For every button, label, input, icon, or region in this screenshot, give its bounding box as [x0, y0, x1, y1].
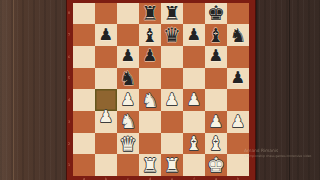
square-f6[interactable] — [183, 46, 205, 68]
square-d3[interactable] — [139, 111, 161, 133]
watermark-line1: Arnand Rimanis — [244, 148, 296, 153]
piece-black-bishop-d7[interactable]: ♝ — [139, 24, 161, 46]
square-b8[interactable] — [95, 3, 117, 25]
square-g4[interactable] — [205, 89, 227, 111]
rank-label-1: 1 — [67, 164, 71, 167]
piece-black-pawn-b7[interactable]: ♟ — [95, 24, 117, 46]
piece-white-rook-e1[interactable]: ♜ — [161, 154, 183, 176]
file-label-c: c — [126, 177, 130, 180]
square-h4[interactable] — [227, 89, 249, 111]
wood-plank-seam — [13, 0, 14, 180]
square-e2[interactable] — [161, 133, 183, 155]
file-label-h: h — [236, 177, 240, 180]
watermark: Arnand Rimanis championship chess games … — [244, 148, 316, 166]
rank-label-8: 8 — [67, 12, 71, 15]
piece-white-bishop-g2[interactable]: ♝ — [205, 133, 227, 155]
square-c7[interactable] — [117, 24, 139, 46]
square-a2[interactable] — [73, 133, 95, 155]
square-d2[interactable] — [139, 133, 161, 155]
square-g5[interactable] — [205, 68, 227, 90]
piece-white-king-g1[interactable]: ♚ — [205, 154, 227, 176]
piece-black-pawn-d6[interactable]: ♟ — [139, 46, 161, 68]
file-label-a: a — [82, 177, 86, 180]
rank-label-4: 4 — [67, 98, 71, 101]
square-h8[interactable] — [227, 3, 249, 25]
piece-white-knight-d4[interactable]: ♞ — [139, 89, 161, 111]
square-e3[interactable] — [161, 111, 183, 133]
square-a1[interactable] — [73, 154, 95, 176]
rank-label-6: 6 — [67, 55, 71, 58]
piece-black-queen-e7[interactable]: ♛ — [161, 24, 183, 46]
watermark-line3: ···· — [244, 159, 280, 163]
square-b6[interactable] — [95, 46, 117, 68]
piece-black-rook-d8[interactable]: ♜ — [139, 3, 161, 25]
square-f5[interactable] — [183, 68, 205, 90]
square-a5[interactable] — [73, 68, 95, 90]
file-label-f: f — [192, 177, 196, 180]
square-b2[interactable] — [95, 133, 117, 155]
square-a6[interactable] — [73, 46, 95, 68]
piece-black-rook-e8[interactable]: ♜ — [161, 3, 183, 25]
piece-white-pawn-g3[interactable]: ♟ — [205, 111, 227, 133]
square-a7[interactable] — [73, 24, 95, 46]
piece-black-bishop-g7[interactable]: ♝ — [205, 24, 227, 46]
file-label-e: e — [170, 177, 174, 180]
square-f8[interactable] — [183, 3, 205, 25]
piece-white-rook-d1[interactable]: ♜ — [139, 154, 161, 176]
piece-black-pawn-h5[interactable]: ♟ — [227, 68, 249, 90]
piece-white-pawn-h3[interactable]: ♟ — [227, 111, 249, 133]
square-a8[interactable] — [73, 3, 95, 25]
rank-label-7: 7 — [67, 33, 71, 36]
piece-black-pawn-f7[interactable]: ♟ — [183, 24, 205, 46]
square-e6[interactable] — [161, 46, 183, 68]
square-b1[interactable] — [95, 154, 117, 176]
video-frame: 87654321 abcdefgh Arnand Rimanis champio… — [0, 0, 320, 180]
file-label-g: g — [214, 177, 218, 180]
rank-label-2: 2 — [67, 142, 71, 145]
piece-black-king-g8[interactable]: ♚ — [205, 3, 227, 25]
square-h6[interactable] — [227, 46, 249, 68]
square-e5[interactable] — [161, 68, 183, 90]
piece-white-pawn-b4[interactable]: ♟ — [95, 106, 117, 128]
piece-white-knight-c3[interactable]: ♞ — [117, 111, 139, 133]
piece-white-pawn-c4[interactable]: ♟ — [117, 89, 139, 111]
square-b5[interactable] — [95, 68, 117, 90]
square-c1[interactable] — [117, 154, 139, 176]
piece-white-bishop-f2[interactable]: ♝ — [183, 133, 205, 155]
file-label-b: b — [104, 177, 108, 180]
square-a4[interactable] — [73, 89, 95, 111]
watermark-line2: championship chess games immersive video — [244, 154, 280, 158]
square-d5[interactable] — [139, 68, 161, 90]
rank-label-5: 5 — [67, 77, 71, 80]
file-label-d: d — [148, 177, 152, 180]
piece-white-pawn-e4[interactable]: ♟ — [161, 89, 183, 111]
piece-white-pawn-f4[interactable]: ♟ — [183, 89, 205, 111]
piece-black-knight-c5[interactable]: ♞ — [117, 68, 139, 90]
piece-black-pawn-c6[interactable]: ♟ — [117, 46, 139, 68]
piece-black-knight-h7[interactable]: ♞ — [227, 24, 249, 46]
rank-label-3: 3 — [67, 120, 71, 123]
piece-black-pawn-g6[interactable]: ♟ — [205, 46, 227, 68]
square-f1[interactable] — [183, 154, 205, 176]
square-a3[interactable] — [73, 111, 95, 133]
piece-white-queen-c2[interactable]: ♛ — [117, 133, 139, 155]
square-c8[interactable] — [117, 3, 139, 25]
square-f3[interactable] — [183, 111, 205, 133]
